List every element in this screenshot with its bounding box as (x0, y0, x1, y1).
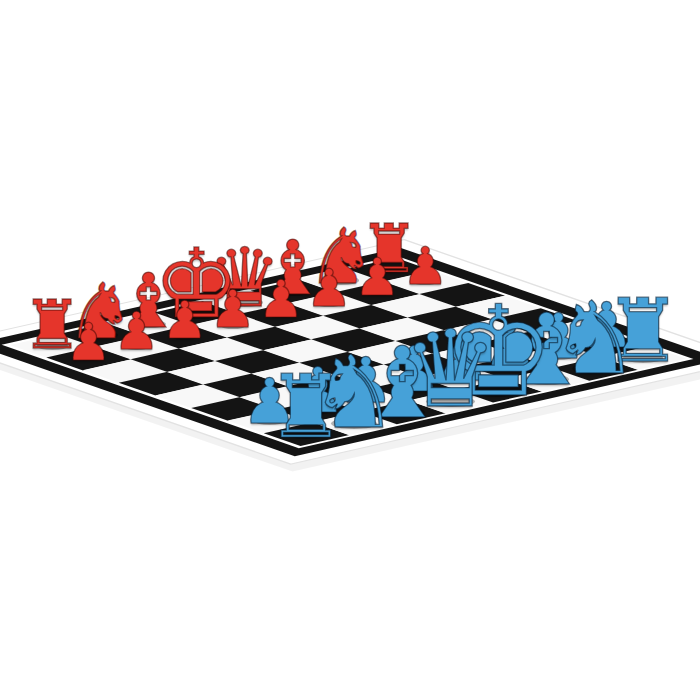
red-pawn: ♟ (303, 263, 355, 315)
red-pawn: ♟ (255, 274, 307, 326)
product-photo: ♜♞♟♝♟♛♟♚♟♝♟♞♟♟♜♟♟♜♟♟♞♟♝♟♚♟♛♟♝♟♞♜ (0, 0, 700, 700)
red-pawn: ♟ (207, 284, 259, 336)
pieces-layer: ♜♞♟♝♟♛♟♚♟♝♟♞♟♟♜♟♟♜♟♟♞♟♝♟♚♟♛♟♝♟♞♜ (0, 0, 700, 700)
red-pawn: ♟ (63, 317, 115, 369)
blue-rook: ♜ (262, 364, 350, 452)
red-pawn: ♟ (111, 306, 163, 358)
red-pawn: ♟ (351, 252, 403, 304)
red-pawn: ♟ (159, 295, 211, 347)
